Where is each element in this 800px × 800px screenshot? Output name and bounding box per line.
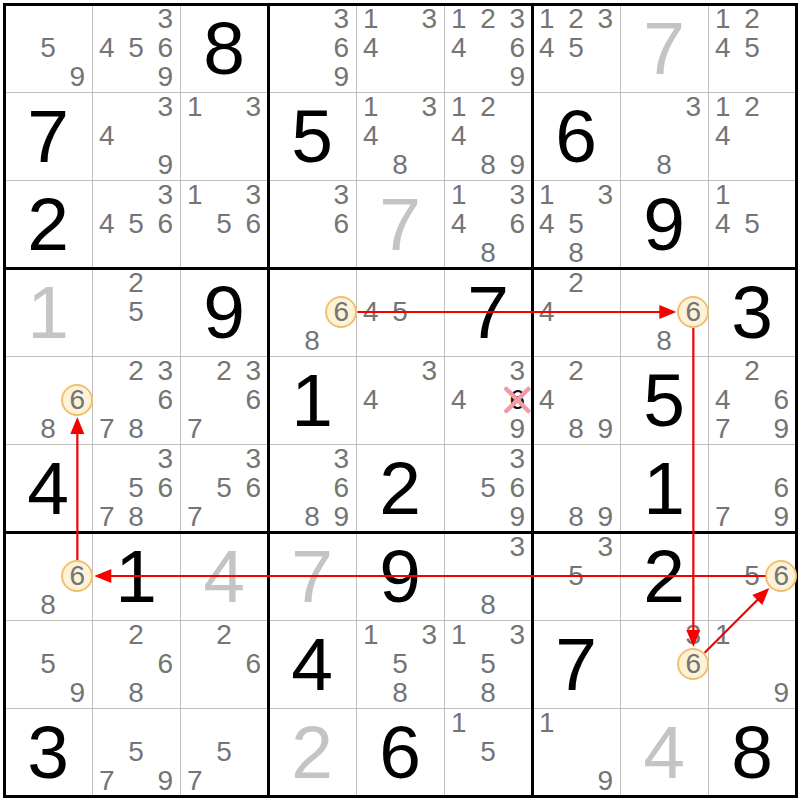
chain-arrowhead <box>94 569 111 583</box>
chain-overlay <box>0 0 800 800</box>
chain-arrow-line <box>705 597 760 652</box>
chain-arrowhead <box>686 630 700 647</box>
sudoku-board: 5934569836913412346912345712457349135134… <box>0 0 800 800</box>
chain-arrowhead <box>70 417 84 434</box>
chain-arrowhead <box>659 305 676 319</box>
